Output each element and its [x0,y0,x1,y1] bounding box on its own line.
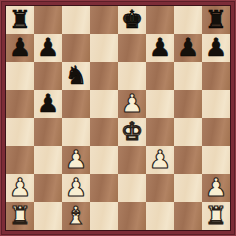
square-c3[interactable]: ♟ [62,146,90,174]
piece-white-rook: ♜ [202,202,230,230]
square-c4[interactable] [62,118,90,146]
square-d5[interactable] [90,90,118,118]
square-d1[interactable] [90,202,118,230]
square-g8[interactable] [174,6,202,34]
square-h5[interactable] [202,90,230,118]
chess-board: ♜♚♜♟♟♟♟♟♞♟♟♚♟♟♟♟♟♜♝♜ [6,6,230,230]
square-g4[interactable] [174,118,202,146]
square-h3[interactable] [202,146,230,174]
square-a2[interactable]: ♟ [6,174,34,202]
square-f4[interactable] [146,118,174,146]
square-g7[interactable]: ♟ [174,34,202,62]
square-a4[interactable] [6,118,34,146]
square-a5[interactable] [6,90,34,118]
square-e6[interactable] [118,62,146,90]
square-h6[interactable] [202,62,230,90]
square-a7[interactable]: ♟ [6,34,34,62]
board-frame: ♜♚♜♟♟♟♟♟♞♟♟♚♟♟♟♟♟♜♝♜ [0,0,236,236]
square-f3[interactable]: ♟ [146,146,174,174]
square-e2[interactable] [118,174,146,202]
square-e5[interactable]: ♟ [118,90,146,118]
square-b1[interactable] [34,202,62,230]
piece-white-king: ♚ [118,118,146,146]
square-f5[interactable] [146,90,174,118]
square-h2[interactable]: ♟ [202,174,230,202]
piece-black-pawn: ♟ [174,34,202,62]
square-e1[interactable] [118,202,146,230]
square-b8[interactable] [34,6,62,34]
square-d6[interactable] [90,62,118,90]
square-d2[interactable] [90,174,118,202]
square-b3[interactable] [34,146,62,174]
square-a3[interactable] [6,146,34,174]
square-c7[interactable] [62,34,90,62]
square-b5[interactable]: ♟ [34,90,62,118]
square-b4[interactable] [34,118,62,146]
piece-black-pawn: ♟ [34,34,62,62]
square-g6[interactable] [174,62,202,90]
piece-black-pawn: ♟ [146,34,174,62]
piece-black-pawn: ♟ [6,34,34,62]
piece-black-pawn: ♟ [202,34,230,62]
square-d8[interactable] [90,6,118,34]
piece-white-pawn: ♟ [118,90,146,118]
square-f1[interactable] [146,202,174,230]
piece-black-rook: ♜ [6,6,34,34]
square-d4[interactable] [90,118,118,146]
piece-white-pawn: ♟ [202,174,230,202]
square-f8[interactable] [146,6,174,34]
square-h4[interactable] [202,118,230,146]
square-e8[interactable]: ♚ [118,6,146,34]
square-c6[interactable]: ♞ [62,62,90,90]
piece-white-pawn: ♟ [62,146,90,174]
square-a1[interactable]: ♜ [6,202,34,230]
square-f6[interactable] [146,62,174,90]
square-c1[interactable]: ♝ [62,202,90,230]
square-d7[interactable] [90,34,118,62]
square-g3[interactable] [174,146,202,174]
square-b7[interactable]: ♟ [34,34,62,62]
piece-white-bishop: ♝ [62,202,90,230]
square-b2[interactable] [34,174,62,202]
square-h1[interactable]: ♜ [202,202,230,230]
square-c8[interactable] [62,6,90,34]
piece-white-pawn: ♟ [62,174,90,202]
square-g1[interactable] [174,202,202,230]
square-a6[interactable] [6,62,34,90]
square-e4[interactable]: ♚ [118,118,146,146]
square-g2[interactable] [174,174,202,202]
piece-black-rook: ♜ [202,6,230,34]
square-h8[interactable]: ♜ [202,6,230,34]
piece-black-pawn: ♟ [34,90,62,118]
square-f2[interactable] [146,174,174,202]
piece-white-pawn: ♟ [146,146,174,174]
piece-black-king: ♚ [118,6,146,34]
square-g5[interactable] [174,90,202,118]
square-d3[interactable] [90,146,118,174]
square-e3[interactable] [118,146,146,174]
square-a8[interactable]: ♜ [6,6,34,34]
square-f7[interactable]: ♟ [146,34,174,62]
square-c5[interactable] [62,90,90,118]
square-b6[interactable] [34,62,62,90]
square-e7[interactable] [118,34,146,62]
square-h7[interactable]: ♟ [202,34,230,62]
piece-white-rook: ♜ [6,202,34,230]
piece-black-knight: ♞ [62,62,90,90]
square-c2[interactable]: ♟ [62,174,90,202]
piece-white-pawn: ♟ [6,174,34,202]
